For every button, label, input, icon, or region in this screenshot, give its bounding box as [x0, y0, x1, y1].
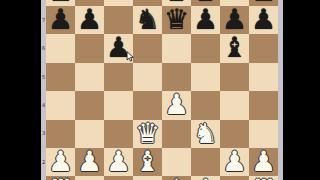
square-h7[interactable]: ♟ — [249, 6, 278, 34]
square-g2[interactable]: ♟ — [220, 148, 249, 176]
square-b6[interactable] — [75, 34, 104, 62]
white-pawn-b2[interactable]: ♟ — [77, 147, 102, 175]
square-c5[interactable] — [104, 63, 133, 91]
white-queen-d3[interactable]: ♛ — [135, 119, 160, 147]
square-a1[interactable]: ♜ — [46, 176, 75, 180]
white-rook-a1[interactable]: ♜ — [48, 176, 73, 180]
square-e6[interactable] — [162, 34, 191, 62]
black-queen-e7[interactable]: ♛ — [164, 6, 189, 34]
square-b2[interactable]: ♟ — [75, 148, 104, 176]
square-b4[interactable] — [75, 91, 104, 119]
black-pawn-a7[interactable]: ♟ — [48, 6, 73, 34]
black-pawn-b7[interactable]: ♟ — [77, 6, 102, 34]
square-c1[interactable] — [104, 176, 133, 180]
square-c4[interactable] — [104, 91, 133, 119]
square-a6[interactable] — [46, 34, 75, 62]
rank-label-4: 4 — [41, 103, 46, 108]
square-h6[interactable] — [249, 34, 278, 62]
white-knight-f3[interactable]: ♞ — [193, 119, 218, 147]
white-pawn-h2[interactable]: ♟ — [251, 147, 276, 175]
square-a5[interactable] — [46, 63, 75, 91]
rank-label-6: 6 — [41, 46, 46, 51]
square-g6[interactable]: ♝ — [220, 34, 249, 62]
square-d2[interactable]: ♝ — [133, 148, 162, 176]
square-g1[interactable] — [220, 176, 249, 180]
black-knight-d7[interactable]: ♞ — [135, 6, 160, 34]
square-e4[interactable]: ♟ — [162, 91, 191, 119]
white-bishop-f1[interactable]: ♝ — [193, 176, 218, 180]
white-pawn-e4[interactable]: ♟ — [164, 91, 189, 119]
mouse-cursor-icon — [126, 51, 135, 63]
square-d6[interactable] — [133, 34, 162, 62]
white-pawn-a2[interactable]: ♟ — [48, 147, 73, 175]
black-pawn-h7[interactable]: ♟ — [251, 6, 276, 34]
square-f5[interactable] — [191, 63, 220, 91]
chess-board[interactable]: ♜♚♝♜♟♟♞♛♟♟♟♟♝♟♛♞♟♟♟♝♟♟♜♚♝♜ — [46, 0, 278, 180]
white-king-e1[interactable]: ♚ — [164, 176, 189, 180]
square-a7[interactable]: ♟ — [46, 6, 75, 34]
square-h5[interactable] — [249, 63, 278, 91]
square-h1[interactable]: ♜ — [249, 176, 278, 180]
white-rook-h1[interactable]: ♜ — [251, 176, 276, 180]
square-d7[interactable]: ♞ — [133, 6, 162, 34]
square-f6[interactable] — [191, 34, 220, 62]
square-g4[interactable] — [220, 91, 249, 119]
square-d5[interactable] — [133, 63, 162, 91]
square-h4[interactable] — [249, 91, 278, 119]
square-f3[interactable]: ♞ — [191, 120, 220, 148]
black-pawn-g7[interactable]: ♟ — [222, 6, 247, 34]
white-pawn-c2[interactable]: ♟ — [106, 147, 131, 175]
screenshot-canvas: ♜♚♝♜♟♟♞♛♟♟♟♟♝♟♛♞♟♟♟♝♟♟♜♚♝♜ 87654321 — [0, 0, 320, 180]
square-c2[interactable]: ♟ — [104, 148, 133, 176]
square-g5[interactable] — [220, 63, 249, 91]
rank-label-5: 5 — [41, 75, 46, 80]
square-e7[interactable]: ♛ — [162, 6, 191, 34]
black-pawn-f7[interactable]: ♟ — [193, 6, 218, 34]
black-bishop-g6[interactable]: ♝ — [222, 34, 247, 62]
white-pawn-g2[interactable]: ♟ — [222, 147, 247, 175]
square-e3[interactable] — [162, 120, 191, 148]
letterbox-left — [0, 0, 41, 180]
square-e1[interactable]: ♚ — [162, 176, 191, 180]
square-a4[interactable] — [46, 91, 75, 119]
rank-label-7: 7 — [41, 18, 46, 23]
square-f1[interactable]: ♝ — [191, 176, 220, 180]
square-b1[interactable] — [75, 176, 104, 180]
square-b7[interactable]: ♟ — [75, 6, 104, 34]
square-f7[interactable]: ♟ — [191, 6, 220, 34]
rank-label-2: 2 — [41, 160, 46, 165]
square-d1[interactable] — [133, 176, 162, 180]
rank-label-3: 3 — [41, 131, 46, 136]
white-bishop-d2[interactable]: ♝ — [135, 147, 160, 175]
square-b5[interactable] — [75, 63, 104, 91]
